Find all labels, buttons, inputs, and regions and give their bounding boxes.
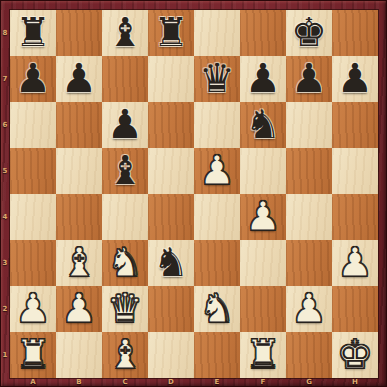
piece-black-rook[interactable]: ♜ — [15, 9, 51, 55]
square-f8[interactable] — [240, 10, 286, 56]
rank-label-1: 1 — [0, 332, 10, 378]
square-b6[interactable] — [56, 102, 102, 148]
square-b3[interactable]: ♝ — [56, 240, 102, 286]
square-e8[interactable] — [194, 10, 240, 56]
piece-black-pawn[interactable]: ♟ — [245, 55, 281, 101]
piece-black-pawn[interactable]: ♟ — [15, 55, 51, 101]
square-a4[interactable] — [10, 194, 56, 240]
square-a5[interactable] — [10, 148, 56, 194]
piece-white-rook[interactable]: ♜ — [245, 331, 281, 377]
square-d1[interactable] — [148, 332, 194, 378]
piece-black-pawn[interactable]: ♟ — [337, 55, 373, 101]
square-d7[interactable] — [148, 56, 194, 102]
square-a8[interactable]: ♜ — [10, 10, 56, 56]
file-label-f: F — [240, 378, 286, 387]
square-h3[interactable]: ♟ — [332, 240, 378, 286]
square-f5[interactable] — [240, 148, 286, 194]
square-e3[interactable] — [194, 240, 240, 286]
square-c1[interactable]: ♝ — [102, 332, 148, 378]
piece-white-queen[interactable]: ♛ — [107, 285, 143, 331]
square-f2[interactable] — [240, 286, 286, 332]
chess-board: ♜♝♜♚♟♟♛♟♟♟♟♞♝♟♟♝♞♞♟♟♟♛♞♟♜♝♜♚ — [10, 10, 378, 378]
square-g8[interactable]: ♚ — [286, 10, 332, 56]
rank-label-6: 6 — [0, 102, 10, 148]
square-a2[interactable]: ♟ — [10, 286, 56, 332]
square-f7[interactable]: ♟ — [240, 56, 286, 102]
square-g4[interactable] — [286, 194, 332, 240]
square-a3[interactable] — [10, 240, 56, 286]
square-c2[interactable]: ♛ — [102, 286, 148, 332]
square-f1[interactable]: ♜ — [240, 332, 286, 378]
rank-label-2: 2 — [0, 286, 10, 332]
file-label-b: B — [56, 378, 102, 387]
square-c3[interactable]: ♞ — [102, 240, 148, 286]
square-c5[interactable]: ♝ — [102, 148, 148, 194]
square-h6[interactable] — [332, 102, 378, 148]
square-c4[interactable] — [102, 194, 148, 240]
file-label-a: A — [10, 378, 56, 387]
square-h5[interactable] — [332, 148, 378, 194]
file-label-g: G — [286, 378, 332, 387]
piece-black-king[interactable]: ♚ — [291, 9, 327, 55]
square-h4[interactable] — [332, 194, 378, 240]
square-b1[interactable] — [56, 332, 102, 378]
piece-black-pawn[interactable]: ♟ — [291, 55, 327, 101]
rank-label-8: 8 — [0, 10, 10, 56]
square-e2[interactable]: ♞ — [194, 286, 240, 332]
piece-white-knight[interactable]: ♞ — [107, 239, 143, 285]
rank-label-4: 4 — [0, 194, 10, 240]
square-f3[interactable] — [240, 240, 286, 286]
square-g5[interactable] — [286, 148, 332, 194]
piece-black-queen[interactable]: ♛ — [199, 55, 235, 101]
square-b2[interactable]: ♟ — [56, 286, 102, 332]
piece-black-bishop[interactable]: ♝ — [107, 9, 143, 55]
square-a1[interactable]: ♜ — [10, 332, 56, 378]
piece-black-pawn[interactable]: ♟ — [107, 101, 143, 147]
chess-board-screenshot: ♜♝♜♚♟♟♛♟♟♟♟♞♝♟♟♝♞♞♟♟♟♛♞♟♜♝♜♚ 87654321 AB… — [0, 0, 387, 387]
square-e6[interactable] — [194, 102, 240, 148]
square-h7[interactable]: ♟ — [332, 56, 378, 102]
file-label-c: C — [102, 378, 148, 387]
square-d3[interactable]: ♞ — [148, 240, 194, 286]
square-d4[interactable] — [148, 194, 194, 240]
piece-white-pawn[interactable]: ♟ — [15, 285, 51, 331]
piece-white-bishop[interactable]: ♝ — [107, 331, 143, 377]
square-b8[interactable] — [56, 10, 102, 56]
square-g3[interactable] — [286, 240, 332, 286]
square-g2[interactable]: ♟ — [286, 286, 332, 332]
square-b5[interactable] — [56, 148, 102, 194]
piece-black-knight[interactable]: ♞ — [245, 101, 281, 147]
square-e7[interactable]: ♛ — [194, 56, 240, 102]
piece-white-rook[interactable]: ♜ — [15, 331, 51, 377]
file-label-d: D — [148, 378, 194, 387]
rank-label-3: 3 — [0, 240, 10, 286]
piece-black-bishop[interactable]: ♝ — [107, 147, 143, 193]
piece-black-rook[interactable]: ♜ — [153, 9, 189, 55]
file-label-h: H — [332, 378, 378, 387]
square-h8[interactable] — [332, 10, 378, 56]
square-h2[interactable] — [332, 286, 378, 332]
square-d5[interactable] — [148, 148, 194, 194]
piece-white-knight[interactable]: ♞ — [199, 285, 235, 331]
square-e4[interactable] — [194, 194, 240, 240]
square-a7[interactable]: ♟ — [10, 56, 56, 102]
square-d2[interactable] — [148, 286, 194, 332]
piece-white-pawn[interactable]: ♟ — [61, 285, 97, 331]
square-f6[interactable]: ♞ — [240, 102, 286, 148]
piece-white-pawn[interactable]: ♟ — [245, 193, 281, 239]
square-h1[interactable]: ♚ — [332, 332, 378, 378]
square-d8[interactable]: ♜ — [148, 10, 194, 56]
rank-label-5: 5 — [0, 148, 10, 194]
piece-black-knight[interactable]: ♞ — [153, 239, 189, 285]
square-c8[interactable]: ♝ — [102, 10, 148, 56]
square-e5[interactable]: ♟ — [194, 148, 240, 194]
square-b7[interactable]: ♟ — [56, 56, 102, 102]
piece-white-pawn[interactable]: ♟ — [291, 285, 327, 331]
square-f4[interactable]: ♟ — [240, 194, 286, 240]
square-g6[interactable] — [286, 102, 332, 148]
piece-white-king[interactable]: ♚ — [337, 331, 373, 377]
square-e1[interactable] — [194, 332, 240, 378]
square-b4[interactable] — [56, 194, 102, 240]
square-g1[interactable] — [286, 332, 332, 378]
file-label-e: E — [194, 378, 240, 387]
rank-label-7: 7 — [0, 56, 10, 102]
square-c6[interactable]: ♟ — [102, 102, 148, 148]
piece-white-pawn[interactable]: ♟ — [199, 147, 235, 193]
square-a6[interactable] — [10, 102, 56, 148]
square-g7[interactable]: ♟ — [286, 56, 332, 102]
piece-white-bishop[interactable]: ♝ — [61, 239, 97, 285]
piece-white-pawn[interactable]: ♟ — [337, 239, 373, 285]
piece-black-pawn[interactable]: ♟ — [61, 55, 97, 101]
square-d6[interactable] — [148, 102, 194, 148]
square-c7[interactable] — [102, 56, 148, 102]
